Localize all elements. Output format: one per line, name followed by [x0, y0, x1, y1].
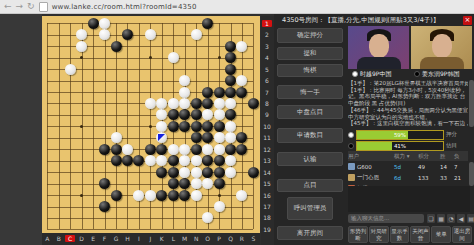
column-label-E: E: [88, 235, 98, 242]
white-stone-L4: [168, 52, 179, 63]
forward-icon[interactable]: →: [16, 2, 24, 11]
black-stone-N8: [191, 98, 202, 109]
row-label-15: 15: [262, 180, 272, 187]
chat-toolbar: ❑▦◔◀▤: [427, 214, 474, 223]
black-stone-F12: [99, 144, 110, 155]
star-point: [218, 194, 221, 197]
white-stone-P11: [214, 132, 225, 143]
room-title-bar: 4350号房间：【直播,分先,中国规则(黑贴3又3/4子)】 ×: [274, 14, 474, 26]
tab-形势判断[interactable]: 形势判断: [348, 226, 368, 243]
estimate-label[interactable]: 估目: [446, 142, 457, 149]
chat-input[interactable]: 输入聊天信息...: [348, 214, 424, 223]
side-button-点目[interactable]: 点目: [277, 179, 343, 192]
black-stone-L9: [168, 109, 179, 120]
header-用户[interactable]: 用户: [348, 153, 394, 160]
user-wins: 14: [440, 164, 454, 170]
side-button-申请数目[interactable]: 申请数目: [277, 128, 343, 143]
white-player-face: [369, 34, 389, 58]
black-stone-H13: [122, 155, 133, 166]
black-stone-G3: [111, 41, 122, 52]
white-stone-O15: [202, 178, 213, 189]
side-button-认输[interactable]: 认输: [277, 152, 343, 166]
column-label-D: D: [77, 235, 87, 242]
black-winrate-row: 41% 估目: [348, 141, 457, 150]
room-title: 4350号房间：【直播,分先,中国规则(黑贴3又3/4子)】: [274, 16, 463, 25]
column-label-N: N: [191, 235, 201, 242]
tab-退出房间[interactable]: 退出房间: [452, 226, 472, 243]
black-stone-L14: [168, 167, 179, 178]
star-point: [149, 56, 152, 59]
user-score: 133: [418, 175, 440, 181]
column-label-S: S: [248, 235, 258, 242]
user-losses: 7: [454, 164, 468, 170]
black-stone-F17: [99, 201, 110, 212]
row-label-9: 9: [262, 111, 272, 118]
black-stone-K14: [156, 167, 167, 178]
rank-table-row[interactable]: G6005d49147: [348, 161, 468, 172]
white-stone-Q8: [225, 98, 236, 109]
column-label-P: P: [214, 235, 224, 242]
tab-显示手数[interactable]: 显示手数: [390, 226, 410, 243]
white-stone-H12: [122, 144, 133, 155]
grid-line-horizontal: [47, 218, 253, 219]
white-stone-K8: [156, 98, 167, 109]
column-label-K: K: [157, 235, 167, 242]
white-stone-N13: [191, 155, 202, 166]
black-stone-M15: [179, 178, 190, 189]
row-label-11: 11: [262, 134, 272, 141]
white-stone-J16: [145, 190, 156, 201]
sound-icon[interactable]: ◀: [457, 214, 465, 223]
white-stone-J13: [145, 155, 156, 166]
white-stone-Q14: [225, 167, 236, 178]
commentary-box[interactable]: 【1手】：第20届LG杯世界棋王战半决赛首局开始【1手】：比赛用时 每方3小时，…: [348, 80, 468, 127]
column-label-Q: Q: [226, 235, 236, 242]
black-stone-J12: [145, 144, 156, 155]
white-player-photo: [348, 26, 409, 69]
white-stone-N14: [191, 167, 202, 178]
star-point: [218, 56, 221, 59]
user-rank: 5d: [394, 164, 418, 170]
white-stone-M6: [179, 75, 190, 86]
side-button-确定押分[interactable]: 确定押分: [277, 28, 343, 43]
bottom-tab-row: 形势判断对局研究显示手数关闭声音菜单退出房间: [348, 226, 472, 243]
black-stone-Q4: [225, 52, 236, 63]
user-losses: 21: [454, 175, 468, 181]
column-label-O: O: [203, 235, 213, 242]
black-stone-K16: [156, 190, 167, 201]
black-stone-icon: [414, 71, 420, 77]
column-label-I: I: [134, 235, 144, 242]
commentary-line: 中方研究室认为白的实地也不错。: [348, 114, 468, 121]
side-button-离开房间[interactable]: 离开房间: [277, 226, 343, 240]
white-stone-N16: [191, 190, 202, 201]
side-button-悔棋[interactable]: 悔棋: [277, 64, 343, 77]
header-积分[interactable]: 积分: [418, 153, 440, 160]
column-label-H: H: [122, 235, 132, 242]
close-icon[interactable]: ×: [463, 16, 472, 25]
black-stone-L15: [168, 178, 179, 189]
white-stone-M7: [179, 87, 190, 98]
commentary-line: 【45手】：这里白棋空面积较饱满，看一下右边，: [348, 120, 468, 127]
chat-bubble-icon[interactable]: ❑: [427, 214, 435, 223]
row-label-2: 2: [262, 31, 272, 38]
column-label-F: F: [100, 235, 110, 242]
black-stone-P14: [214, 167, 225, 178]
row-label-5: 5: [262, 66, 272, 73]
black-stone-E1: [88, 18, 99, 29]
side-button-悔一手[interactable]: 悔一手: [277, 85, 343, 99]
user-score: 49: [418, 164, 440, 170]
black-stone-G13: [111, 155, 122, 166]
row-label-19: 19: [262, 226, 272, 233]
black-stone-F15: [99, 178, 110, 189]
white-stone-L8: [168, 98, 179, 109]
tab-菜单[interactable]: 菜单: [431, 226, 451, 243]
black-stone-P13: [214, 155, 225, 166]
user-avatar: [348, 174, 355, 181]
row-label-1: 1: [262, 20, 272, 27]
white-stone-C5: [65, 64, 76, 75]
row-label-8: 8: [262, 100, 272, 107]
white-stone-P9: [214, 109, 225, 120]
commentary-line: 中盘阶段 黑 占优势(目): [348, 100, 468, 107]
black-stone-Q5: [225, 64, 236, 75]
commentary-line: 【46手】：44与45交换后，局面两分认为黑便宜，: [348, 107, 468, 114]
white-stone-P12: [214, 144, 225, 155]
black-stone-S14: [248, 167, 259, 178]
white-stone-R16: [236, 190, 247, 201]
black-winrate-percent: 41%: [357, 142, 443, 150]
black-stone-Q12: [225, 144, 236, 155]
star-point: [80, 125, 83, 128]
side-button-呼叫管理员[interactable]: 呼叫管理员: [287, 197, 333, 220]
black-stone-O10: [202, 121, 213, 132]
black-stone-H2: [122, 29, 133, 40]
black-stone-icon: [348, 143, 354, 149]
black-winrate-bar: 41%: [356, 141, 444, 151]
board-grid-icon[interactable]: ▦: [437, 214, 445, 223]
row-label-17: 17: [262, 203, 272, 210]
black-stone-O8: [202, 98, 213, 109]
column-label-G: G: [111, 235, 121, 242]
tab-对局研究[interactable]: 对局研究: [369, 226, 389, 243]
clock-icon[interactable]: ◔: [447, 214, 455, 223]
user-name: 一门心思: [357, 174, 379, 181]
row-label-14: 14: [262, 169, 272, 176]
black-stone-P7: [214, 87, 225, 98]
row-label-6: 6: [262, 77, 272, 84]
tab-关闭声音[interactable]: 关闭声音: [410, 226, 430, 243]
white-stone-I16: [133, 190, 144, 201]
black-player-photo: [411, 26, 472, 69]
black-stone-L13: [168, 155, 179, 166]
column-label-B: B: [54, 235, 64, 242]
header-负[interactable]: 负: [454, 153, 468, 160]
list-icon[interactable]: ▤: [467, 214, 474, 223]
black-stone-O11: [202, 132, 213, 143]
white-stone-O9: [202, 109, 213, 120]
black-player-name: 姜东润9P韩国: [422, 70, 459, 79]
white-stone-Q13: [225, 155, 236, 166]
black-stone-P15: [214, 178, 225, 189]
black-stone-L16: [168, 190, 179, 201]
chat-message-area: [348, 186, 470, 212]
column-label-C: C: [65, 235, 75, 242]
black-stone-R7: [236, 87, 247, 98]
commentary-scrollbar[interactable]: [469, 80, 474, 127]
row-label-3: 3: [262, 43, 272, 50]
black-stone-M9: [179, 109, 190, 120]
row-label-13: 13: [262, 157, 272, 164]
white-stone-D3: [76, 41, 87, 52]
back-icon[interactable]: ←: [4, 2, 12, 11]
black-player-face: [432, 34, 452, 58]
row-label-16: 16: [262, 192, 272, 199]
column-label-R: R: [237, 235, 247, 242]
side-button-提和[interactable]: 提和: [277, 47, 343, 60]
browser-toolbar: ← → ↻ www.lanke.cc/room.html?roomId=4350: [0, 0, 474, 14]
white-stone-K13: [156, 155, 167, 166]
white-stone-P8: [214, 98, 225, 109]
row-label-7: 7: [262, 89, 272, 96]
star-point: [149, 125, 152, 128]
column-label-J: J: [145, 235, 155, 242]
white-stone-L12: [168, 144, 179, 155]
black-stone-R12: [236, 144, 247, 155]
white-player-name: 时越9P中国: [360, 70, 391, 79]
column-label-L: L: [168, 235, 178, 242]
black-stone-O14: [202, 167, 213, 178]
black-stone-M16: [179, 190, 190, 201]
last-move-marker: [158, 134, 165, 141]
row-label-18: 18: [262, 214, 272, 221]
black-stone-P10: [214, 121, 225, 132]
grid-line-horizontal: [47, 229, 253, 230]
white-winrate-row: 59% 押分: [348, 130, 457, 139]
column-label-M: M: [180, 235, 190, 242]
white-stone-icon: [352, 71, 358, 77]
white-winrate-bar: 59%: [356, 130, 444, 140]
white-stone-D2: [76, 29, 87, 40]
white-stone-N15: [191, 178, 202, 189]
row-label-12: 12: [262, 146, 272, 153]
white-stone-P17: [214, 201, 225, 212]
white-stone-F2: [99, 29, 110, 40]
white-stone-M8: [179, 98, 190, 109]
black-stone-M10: [179, 121, 190, 132]
black-stone-R11: [236, 132, 247, 143]
white-stone-N2: [191, 29, 202, 40]
white-stone-J2: [145, 29, 156, 40]
white-stone-M12: [179, 144, 190, 155]
black-stone-G16: [111, 190, 122, 201]
black-stone-O1: [202, 18, 213, 29]
star-point: [80, 56, 83, 59]
black-stone-N9: [191, 109, 202, 120]
user-wins: 33: [440, 175, 454, 181]
bet-label[interactable]: 押分: [446, 131, 457, 138]
white-stone-M14: [179, 167, 190, 178]
board-column-coordinates: ABCDEFGHIJKLMNOPQRS: [42, 233, 260, 245]
user-rank: 6d: [394, 175, 418, 181]
column-label-A: A: [42, 235, 52, 242]
user-avatar: [348, 163, 355, 170]
black-player-jacket: [420, 57, 464, 69]
page-icon: [39, 2, 48, 12]
black-stone-N11: [191, 132, 202, 143]
white-stone-R6: [236, 75, 247, 86]
black-stone-Q6: [225, 75, 236, 86]
white-stone-R3: [236, 41, 247, 52]
white-stone-K9: [156, 109, 167, 120]
address-bar[interactable]: www.lanke.cc/room.html?roomId=4350: [52, 3, 197, 11]
row-label-10: 10: [262, 123, 272, 130]
black-stone-I13: [133, 155, 144, 166]
black-stone-N10: [191, 121, 202, 132]
grid-line-vertical: [253, 23, 254, 229]
commentary-line: 记。黑布局平稳，AI形势判断：双方胜率接近 台: [348, 93, 468, 100]
black-stone-N12: [191, 144, 202, 155]
black-stone-O13: [202, 155, 213, 166]
white-stone-Q10: [225, 121, 236, 132]
game-panel: 4350号房间：【直播,分先,中国规则(黑贴3又3/4子)】 × 确定押分提和悔…: [274, 14, 474, 245]
white-stone-G11: [111, 132, 122, 143]
black-stone-Q3: [225, 41, 236, 52]
board-row-coordinates: 12345678910111213141516171819: [261, 16, 274, 245]
white-stone-O12: [202, 144, 213, 155]
go-board[interactable]: [42, 16, 260, 233]
board-left-margin: [0, 14, 42, 245]
black-stone-Q9: [225, 109, 236, 120]
white-winrate-percent: 59%: [357, 131, 443, 139]
white-stone-F1: [99, 18, 110, 29]
white-stone-J8: [145, 98, 156, 109]
commentary-line: 【1手】：第20届LG杯世界棋王战半决赛首局开始: [348, 80, 468, 87]
commentary-line: 【1手】：比赛用时 每方3小时，5次40秒读秒，: [348, 87, 468, 94]
header-胜[interactable]: 胜: [440, 153, 454, 160]
header-棋力[interactable]: 棋力 ▾: [394, 153, 418, 160]
refresh-icon[interactable]: ↻: [27, 2, 35, 11]
white-stone-M13: [179, 155, 190, 166]
row-label-4: 4: [262, 54, 272, 61]
star-point: [80, 194, 83, 197]
side-button-中盘点目[interactable]: 中盘点目: [277, 105, 343, 119]
white-stone-O18: [202, 212, 213, 223]
black-stone-O7: [202, 87, 213, 98]
black-player-name-row: 姜东润9P韩国: [414, 70, 459, 78]
black-stone-S8: [248, 98, 259, 109]
table-scrollbar[interactable]: [469, 162, 474, 186]
rank-table-header: 用户棋力 ▾积分胜负: [348, 151, 468, 161]
black-stone-Q7: [225, 87, 236, 98]
white-stone-Q11: [225, 132, 236, 143]
white-player-name-row: 时越9P中国: [352, 70, 391, 78]
white-player-suit: [357, 57, 401, 69]
white-stone-K10: [156, 121, 167, 132]
rank-table-row[interactable]: 一门心思6d1333321: [348, 172, 468, 183]
black-stone-G12: [111, 144, 122, 155]
white-stone-icon: [348, 132, 354, 138]
black-stone-K12: [156, 144, 167, 155]
user-name: G600: [357, 164, 372, 170]
black-stone-L10: [168, 121, 179, 132]
